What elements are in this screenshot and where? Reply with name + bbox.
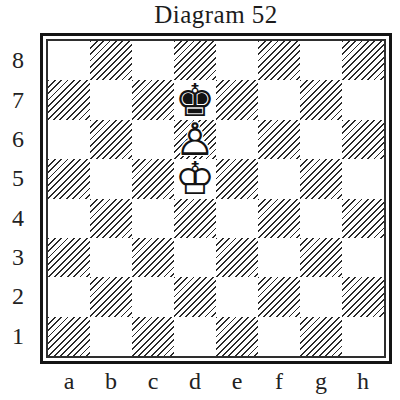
file-label-h: h: [342, 366, 384, 396]
rank-label-5: 5: [4, 159, 32, 198]
diagram-title: Diagram 52: [40, 1, 392, 29]
square-h1: [342, 317, 384, 356]
white-pawn-piece: ♙: [174, 120, 216, 159]
square-g6: [300, 120, 342, 159]
square-f8: [258, 41, 300, 80]
square-e7: [216, 80, 258, 119]
square-b8: [90, 41, 132, 80]
square-a1: [48, 317, 90, 356]
file-label-b: b: [90, 366, 132, 396]
square-e8: [216, 41, 258, 80]
square-c7: [132, 80, 174, 119]
file-label-f: f: [258, 366, 300, 396]
square-d6: ♟♙: [174, 120, 216, 159]
square-a7: [48, 80, 90, 119]
square-b1: [90, 317, 132, 356]
square-f3: [258, 238, 300, 277]
rank-labels: 87654321: [4, 41, 32, 356]
file-label-a: a: [48, 366, 90, 396]
square-e3: [216, 238, 258, 277]
file-label-e: e: [216, 366, 258, 396]
square-g7: [300, 80, 342, 119]
square-b5: [90, 159, 132, 198]
square-c8: [132, 41, 174, 80]
rank-label-2: 2: [4, 277, 32, 316]
file-label-g: g: [300, 366, 342, 396]
square-b4: [90, 199, 132, 238]
square-g8: [300, 41, 342, 80]
square-d5: ♚♔: [174, 159, 216, 198]
square-a4: [48, 199, 90, 238]
square-c1: [132, 317, 174, 356]
square-e1: [216, 317, 258, 356]
square-h7: [342, 80, 384, 119]
white-king-piece: ♔: [174, 159, 216, 198]
file-label-d: d: [174, 366, 216, 396]
white-king-halo: ♚: [174, 159, 216, 198]
square-a5: [48, 159, 90, 198]
square-c6: [132, 120, 174, 159]
square-a2: [48, 277, 90, 316]
chess-board: ♚♚♟♙♚♔: [40, 33, 392, 364]
square-f7: [258, 80, 300, 119]
square-f4: [258, 199, 300, 238]
square-h3: [342, 238, 384, 277]
square-h4: [342, 199, 384, 238]
square-b2: [90, 277, 132, 316]
black-king-piece: ♚: [174, 80, 216, 119]
square-g3: [300, 238, 342, 277]
square-h8: [342, 41, 384, 80]
square-h2: [342, 277, 384, 316]
square-b6: [90, 120, 132, 159]
file-labels: abcdefgh: [48, 366, 384, 396]
black-king-halo: ♚: [174, 80, 216, 119]
white-pawn-halo: ♟: [174, 120, 216, 159]
rank-label-3: 3: [4, 238, 32, 277]
square-f6: [258, 120, 300, 159]
square-h5: [342, 159, 384, 198]
square-a3: [48, 238, 90, 277]
rank-label-1: 1: [4, 317, 32, 356]
square-e2: [216, 277, 258, 316]
square-f5: [258, 159, 300, 198]
square-d2: [174, 277, 216, 316]
square-g5: [300, 159, 342, 198]
rank-label-7: 7: [4, 80, 32, 119]
rank-label-6: 6: [4, 120, 32, 159]
square-b3: [90, 238, 132, 277]
square-d3: [174, 238, 216, 277]
file-label-c: c: [132, 366, 174, 396]
rank-label-8: 8: [4, 41, 32, 80]
square-c3: [132, 238, 174, 277]
square-c2: [132, 277, 174, 316]
square-d7: ♚♚: [174, 80, 216, 119]
square-g2: [300, 277, 342, 316]
square-a6: [48, 120, 90, 159]
square-d4: [174, 199, 216, 238]
square-e5: [216, 159, 258, 198]
square-g4: [300, 199, 342, 238]
square-e6: [216, 120, 258, 159]
square-h6: [342, 120, 384, 159]
square-f1: [258, 317, 300, 356]
square-d8: [174, 41, 216, 80]
square-c5: [132, 159, 174, 198]
square-f2: [258, 277, 300, 316]
square-d1: [174, 317, 216, 356]
square-a8: [48, 41, 90, 80]
square-g1: [300, 317, 342, 356]
square-b7: [90, 80, 132, 119]
rank-label-4: 4: [4, 199, 32, 238]
board-grid: ♚♚♟♙♚♔: [46, 39, 386, 358]
square-e4: [216, 199, 258, 238]
square-c4: [132, 199, 174, 238]
